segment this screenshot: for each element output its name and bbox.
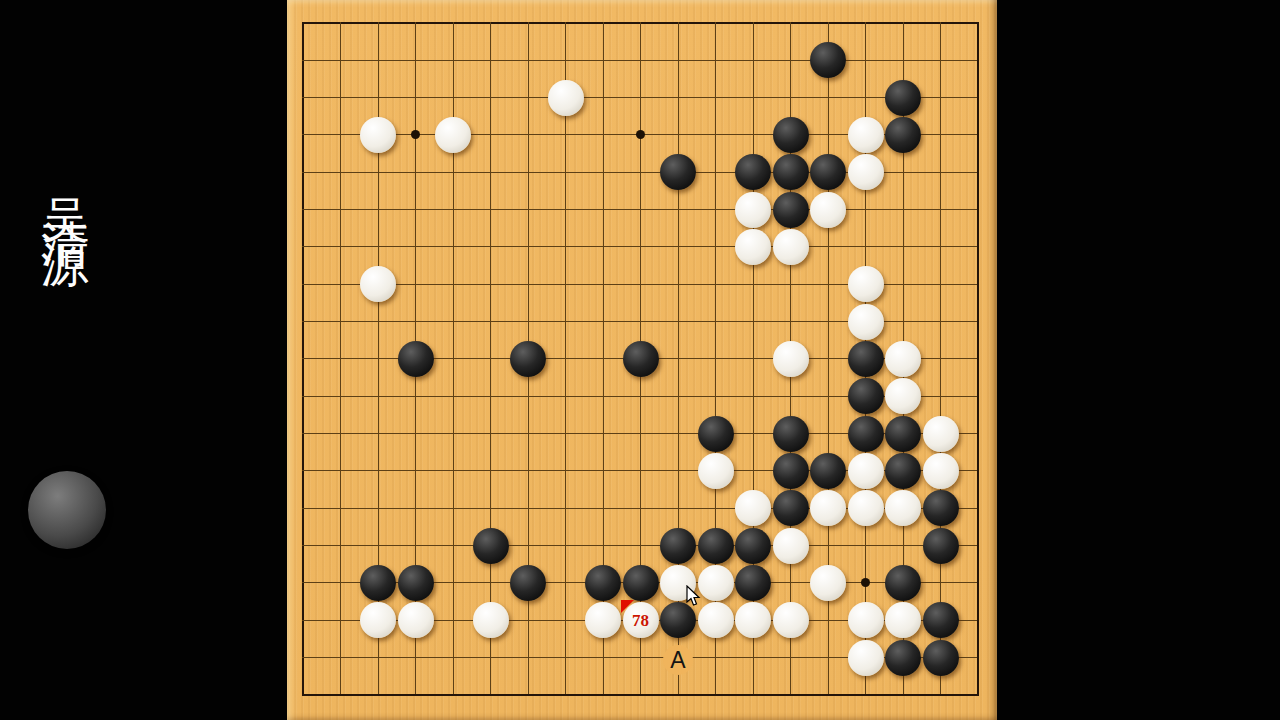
black-stone: [660, 154, 696, 190]
white-stone: [473, 602, 509, 638]
white-stone: [848, 154, 884, 190]
white-stone: [698, 453, 734, 489]
black-player-panel: 吴清源: [0, 0, 287, 720]
black-stone: [660, 602, 696, 638]
white-stone: [360, 266, 396, 302]
black-stone: [810, 453, 846, 489]
black-stone: [360, 565, 396, 601]
black-stone: [698, 416, 734, 452]
video-frame: 吴清源 78A 秀哉名人: [0, 0, 1280, 720]
star-point: [636, 130, 645, 139]
star-point: [411, 130, 420, 139]
point-label-a[interactable]: A: [663, 645, 693, 675]
black-stone: [885, 416, 921, 452]
black-stone: [773, 490, 809, 526]
white-stone: [923, 416, 959, 452]
white-player-panel: 秀哉名人: [997, 0, 1280, 720]
white-stone: [773, 602, 809, 638]
black-stone: [510, 341, 546, 377]
black-stone: [885, 640, 921, 676]
white-stone: [698, 565, 734, 601]
black-stone: [398, 565, 434, 601]
black-stone: [848, 416, 884, 452]
mouse-cursor: [686, 585, 702, 607]
black-stone: [735, 565, 771, 601]
white-stone: [735, 602, 771, 638]
white-stone: [548, 80, 584, 116]
black-stone: [623, 565, 659, 601]
white-stone: [360, 602, 396, 638]
black-stone: [885, 565, 921, 601]
black-stone: [885, 80, 921, 116]
black-stone: [660, 528, 696, 564]
black-stone: [810, 42, 846, 78]
grid-line: [940, 22, 941, 696]
black-stone: [510, 565, 546, 601]
go-board[interactable]: 78A: [287, 0, 998, 720]
white-stone: [810, 565, 846, 601]
black-stone: [473, 528, 509, 564]
move-number-label: 78: [623, 602, 659, 638]
black-stone: [923, 640, 959, 676]
black-stone: [773, 192, 809, 228]
black-stone: [735, 154, 771, 190]
white-stone: [698, 602, 734, 638]
black-player-stone-icon: [28, 471, 106, 549]
black-stone: [810, 154, 846, 190]
white-stone: [773, 341, 809, 377]
white-stone: [923, 453, 959, 489]
white-stone: [848, 304, 884, 340]
black-stone: [773, 453, 809, 489]
white-stone: [848, 490, 884, 526]
white-stone: [885, 378, 921, 414]
white-stone: [810, 490, 846, 526]
white-stone: [773, 528, 809, 564]
black-stone: [923, 528, 959, 564]
black-stone: [773, 154, 809, 190]
black-stone: [848, 378, 884, 414]
white-stone: [435, 117, 471, 153]
white-stone: [398, 602, 434, 638]
black-stone: [773, 117, 809, 153]
white-stone: [848, 602, 884, 638]
last-move-stone: 78: [623, 602, 659, 638]
black-stone: [698, 528, 734, 564]
grid-line: [977, 22, 979, 696]
white-stone: [773, 229, 809, 265]
black-stone: [585, 565, 621, 601]
black-stone: [773, 416, 809, 452]
white-stone: [885, 341, 921, 377]
white-stone: [848, 640, 884, 676]
white-stone: [360, 117, 396, 153]
white-stone: [848, 266, 884, 302]
white-stone: [885, 602, 921, 638]
white-stone: [735, 490, 771, 526]
white-stone: [585, 602, 621, 638]
white-stone: [735, 192, 771, 228]
black-stone: [923, 602, 959, 638]
white-stone: [810, 192, 846, 228]
star-point: [861, 578, 870, 587]
white-stone: [848, 117, 884, 153]
white-stone: [885, 490, 921, 526]
black-player-name: 吴清源: [41, 160, 89, 226]
white-stone: [848, 453, 884, 489]
grid-line: [302, 694, 979, 696]
black-stone: [885, 117, 921, 153]
white-stone: [735, 229, 771, 265]
black-stone: [735, 528, 771, 564]
black-stone: [848, 341, 884, 377]
black-stone: [398, 341, 434, 377]
grid-line: [302, 545, 979, 546]
black-stone: [923, 490, 959, 526]
black-stone: [885, 453, 921, 489]
black-stone: [623, 341, 659, 377]
